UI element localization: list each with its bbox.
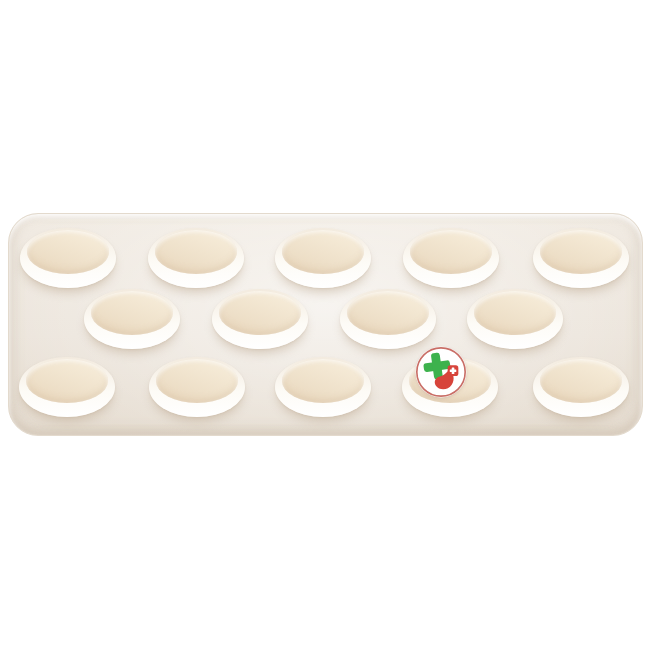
tablet-r2-c2 [212, 289, 308, 349]
tablet-face [540, 230, 622, 274]
tablet-face [219, 291, 301, 335]
pharmacy-cross-logo [416, 347, 467, 398]
tablet-r3-c3 [275, 357, 371, 417]
tablet-face [91, 291, 173, 335]
tablet-r2-c1 [84, 289, 180, 349]
tablet-face [26, 359, 108, 403]
tablet-face [474, 291, 556, 335]
tablet-r3-c2 [149, 357, 245, 417]
tablet-r1-c1 [20, 228, 116, 288]
photo-canvas [0, 0, 648, 648]
tablet-face [27, 230, 109, 274]
tablet-r2-c3 [340, 289, 436, 349]
tablet-r1-c5 [533, 228, 629, 288]
tablet-face [410, 230, 492, 274]
tablet-face [540, 359, 622, 403]
tablet-r3-c1 [19, 357, 115, 417]
blister-pack [8, 213, 643, 436]
tablet-face [347, 291, 429, 335]
tablet-face [156, 359, 238, 403]
pharmacy-cross-icon [416, 347, 467, 398]
tablet-r1-c3 [275, 228, 371, 288]
tablet-r3-c5 [533, 357, 629, 417]
tablet-face [282, 230, 364, 274]
tablet-r1-c2 [148, 228, 244, 288]
tablet-face [155, 230, 237, 274]
tablet-r2-c4 [467, 289, 563, 349]
tablet-r1-c4 [403, 228, 499, 288]
tablet-face [282, 359, 364, 403]
